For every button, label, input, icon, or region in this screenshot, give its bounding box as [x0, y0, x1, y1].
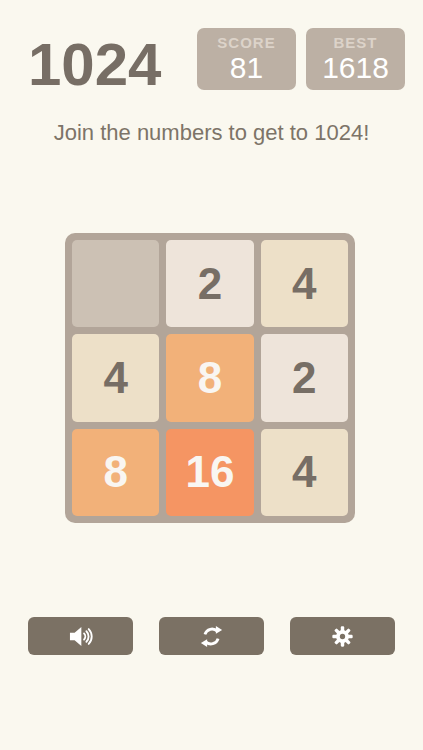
score-box: SCORE 81 — [197, 28, 296, 90]
page-title: 1024 — [28, 34, 161, 96]
score-label: SCORE — [217, 34, 275, 52]
settings-button[interactable] — [290, 617, 395, 655]
best-label: BEST — [333, 34, 377, 52]
tile-16-r3c2: 16 — [166, 429, 253, 516]
game-screen: 1024 SCORE 81 BEST 1618 Join the numbers… — [0, 0, 423, 750]
score-value: 81 — [230, 52, 263, 84]
empty-cell-r1c1 — [72, 240, 159, 327]
tile-4-r2c1: 4 — [72, 334, 159, 421]
restart-button[interactable] — [159, 617, 264, 655]
tile-4-r1c3: 4 — [261, 240, 348, 327]
board-grid[interactable]: 244828164 — [65, 233, 355, 523]
best-box: BEST 1618 — [306, 28, 405, 90]
sound-button[interactable] — [28, 617, 133, 655]
tile-8-r2c2: 8 — [166, 334, 253, 421]
tile-2-r2c3: 2 — [261, 334, 348, 421]
tile-2-r1c2: 2 — [166, 240, 253, 327]
tile-8-r3c1: 8 — [72, 429, 159, 516]
refresh-icon — [199, 624, 224, 649]
volume-icon — [67, 623, 94, 650]
game-instructions: Join the numbers to get to 1024! — [0, 120, 423, 146]
best-value: 1618 — [322, 52, 389, 84]
tile-4-r3c3: 4 — [261, 429, 348, 516]
gear-icon — [330, 624, 355, 649]
